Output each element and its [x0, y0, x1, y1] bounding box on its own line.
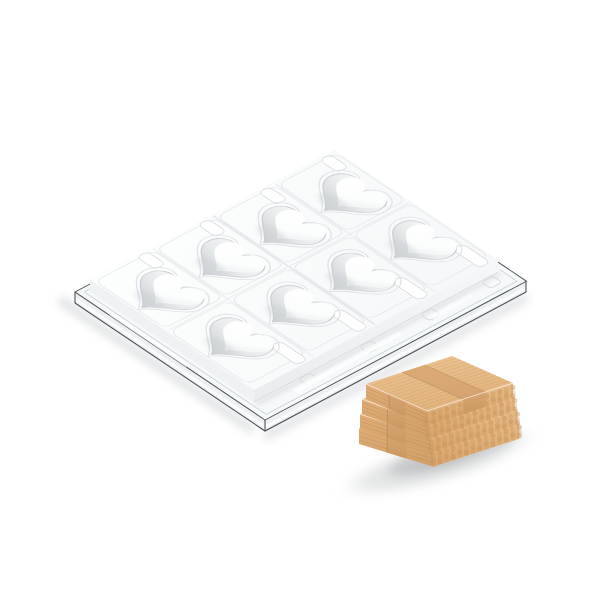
product-photo: Product photo on white background: a cle… — [0, 0, 600, 600]
stick-end — [477, 446, 482, 451]
stick-end — [491, 391, 496, 396]
stick-end — [495, 418, 500, 423]
stick-end — [505, 400, 510, 405]
stick-end — [515, 420, 520, 425]
stick-end — [433, 432, 438, 437]
stick-end — [459, 415, 464, 420]
stick-end — [457, 411, 462, 416]
stick-end — [484, 444, 489, 449]
stick-end — [464, 442, 469, 447]
stick-end — [435, 437, 440, 442]
stick-end — [439, 422, 444, 427]
stick-end — [470, 448, 475, 453]
stick-end — [482, 422, 487, 427]
stick-end — [442, 444, 447, 449]
stick-end — [455, 439, 460, 444]
stick-end — [453, 417, 458, 422]
stick-end — [435, 446, 440, 451]
stick-end — [503, 429, 508, 434]
stick-end — [444, 406, 449, 411]
scene-canvas: Product photo on white background: a cle… — [0, 0, 600, 600]
stick-end — [431, 419, 436, 424]
stick-end — [469, 435, 474, 440]
stick-end — [502, 416, 507, 421]
stick-end — [459, 424, 464, 429]
stick-end — [455, 431, 460, 436]
stick-end — [504, 396, 509, 401]
stick-end — [490, 433, 495, 438]
stick-end — [488, 429, 493, 434]
stick-end — [451, 404, 456, 409]
stick-end — [490, 442, 495, 447]
stick-end — [439, 430, 444, 435]
stick-end — [451, 413, 456, 418]
stick-end — [497, 389, 502, 394]
stick-end — [497, 398, 502, 403]
stick-end — [453, 426, 458, 431]
stick-end — [462, 429, 467, 434]
stick-end — [492, 405, 497, 410]
stick-end — [517, 425, 522, 430]
stick-end — [444, 415, 449, 420]
stick-end — [466, 422, 471, 427]
stick-end — [477, 437, 482, 442]
stick-end — [451, 446, 456, 451]
stick-end — [470, 440, 475, 445]
stick-end — [497, 431, 502, 436]
stick-end — [492, 413, 497, 418]
stick-end — [504, 387, 509, 392]
stick-end — [462, 437, 467, 442]
stick-end — [437, 450, 442, 455]
stick-end — [431, 453, 436, 458]
stick-end — [510, 427, 515, 432]
stick-end — [426, 426, 431, 431]
stick-end — [446, 428, 451, 433]
stick-end — [503, 437, 508, 442]
stick-end — [508, 422, 513, 427]
stick-end — [429, 448, 434, 453]
stick-end — [444, 448, 449, 453]
stick-end — [479, 409, 484, 414]
stick-end — [515, 411, 520, 416]
stick-end — [444, 457, 449, 462]
stick-end — [502, 424, 507, 429]
stick-end — [426, 435, 431, 440]
stick-end — [505, 409, 510, 414]
stick-end — [438, 409, 443, 414]
stick-end — [424, 421, 429, 426]
stick-end — [457, 444, 462, 449]
stick-end — [431, 411, 436, 416]
stick-end — [437, 459, 442, 464]
stick-end — [479, 417, 484, 422]
stick-end — [438, 417, 443, 422]
stick-end — [510, 385, 515, 390]
stick-end — [457, 452, 462, 457]
stick-end — [495, 426, 500, 431]
stick-end — [449, 433, 454, 438]
stick-end — [475, 433, 480, 438]
stick-end — [469, 427, 474, 432]
stick-end — [442, 435, 447, 440]
stick-end — [464, 450, 469, 455]
stick-end — [475, 424, 480, 429]
stick-end — [497, 440, 502, 445]
stick-end — [433, 424, 438, 429]
stick-end — [429, 439, 434, 444]
stick-end — [512, 407, 517, 412]
stick-end — [457, 402, 462, 407]
stick-end — [466, 413, 471, 418]
stick-end — [484, 435, 489, 440]
stick-end — [431, 461, 436, 466]
stick-end — [508, 414, 513, 419]
stick-end — [499, 402, 504, 407]
stick-end — [510, 435, 515, 440]
stick-end — [482, 431, 487, 436]
stick-end — [446, 420, 451, 425]
stick-end — [472, 419, 477, 424]
stick-end — [488, 420, 493, 425]
stick-end — [517, 433, 522, 438]
stick-end — [451, 455, 456, 460]
stick-end — [491, 400, 496, 405]
stick-end — [512, 398, 517, 403]
stick-end — [486, 407, 491, 412]
stick-end — [424, 413, 429, 418]
stick-end — [486, 415, 491, 420]
stick-end — [449, 442, 454, 447]
stick-end — [499, 411, 504, 416]
stick-end — [510, 393, 515, 398]
stick-end — [472, 411, 477, 416]
